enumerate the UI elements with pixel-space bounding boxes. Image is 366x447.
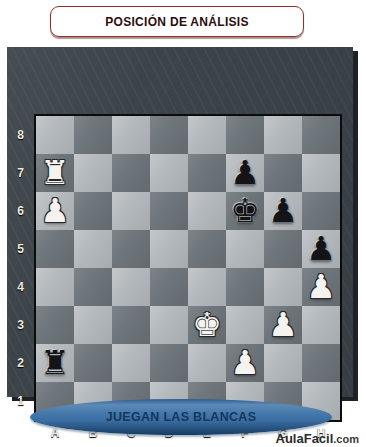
- square-h7[interactable]: [302, 154, 340, 192]
- square-f8[interactable]: [226, 116, 264, 154]
- square-d4[interactable]: [150, 268, 188, 306]
- chess-board: ♜♟♟♚♟♟♟♚♟♜♟: [36, 116, 340, 420]
- square-c3[interactable]: [112, 306, 150, 344]
- square-e6[interactable]: [188, 192, 226, 230]
- square-g5[interactable]: [264, 230, 302, 268]
- square-a4[interactable]: [36, 268, 74, 306]
- square-f6[interactable]: ♚: [226, 192, 264, 230]
- rank-label-5: 5: [7, 230, 34, 268]
- square-h8[interactable]: [302, 116, 340, 154]
- black-pawn-g6[interactable]: ♟: [264, 192, 302, 230]
- square-d6[interactable]: [150, 192, 188, 230]
- square-d7[interactable]: [150, 154, 188, 192]
- black-king-f6[interactable]: ♚: [226, 192, 264, 230]
- square-d8[interactable]: [150, 116, 188, 154]
- rank-label-2: 2: [7, 344, 34, 382]
- side-to-move-label: JUEGAN LAS BLANCAS: [106, 410, 257, 424]
- square-e2[interactable]: [188, 344, 226, 382]
- square-g8[interactable]: [264, 116, 302, 154]
- rank-labels: 87654321: [7, 116, 34, 420]
- square-h5[interactable]: ♟: [302, 230, 340, 268]
- square-b4[interactable]: [74, 268, 112, 306]
- square-f5[interactable]: [226, 230, 264, 268]
- white-pawn-a6[interactable]: ♟: [36, 192, 74, 230]
- white-pawn-h4[interactable]: ♟: [302, 268, 340, 306]
- black-pawn-f7[interactable]: ♟: [226, 154, 264, 192]
- square-g2[interactable]: [264, 344, 302, 382]
- square-f7[interactable]: ♟: [226, 154, 264, 192]
- square-a2[interactable]: ♜: [36, 344, 74, 382]
- square-c7[interactable]: [112, 154, 150, 192]
- white-rook-a7[interactable]: ♜: [36, 154, 74, 192]
- square-g7[interactable]: [264, 154, 302, 192]
- rank-label-3: 3: [7, 306, 34, 344]
- black-pawn-h5[interactable]: ♟: [302, 230, 340, 268]
- square-h3[interactable]: [302, 306, 340, 344]
- white-pawn-f2[interactable]: ♟: [226, 344, 264, 382]
- square-d3[interactable]: [150, 306, 188, 344]
- analysis-position-banner[interactable]: POSICIÓN DE ANÁLISIS: [50, 6, 304, 37]
- white-king-e3[interactable]: ♚: [188, 306, 226, 344]
- square-c5[interactable]: [112, 230, 150, 268]
- square-b5[interactable]: [74, 230, 112, 268]
- square-d2[interactable]: [150, 344, 188, 382]
- square-f2[interactable]: ♟: [226, 344, 264, 382]
- square-h4[interactable]: ♟: [302, 268, 340, 306]
- square-c4[interactable]: [112, 268, 150, 306]
- square-b6[interactable]: [74, 192, 112, 230]
- square-g4[interactable]: [264, 268, 302, 306]
- rank-label-6: 6: [7, 192, 34, 230]
- square-h2[interactable]: [302, 344, 340, 382]
- square-d5[interactable]: [150, 230, 188, 268]
- square-e7[interactable]: [188, 154, 226, 192]
- square-h6[interactable]: [302, 192, 340, 230]
- square-b3[interactable]: [74, 306, 112, 344]
- square-e3[interactable]: ♚: [188, 306, 226, 344]
- square-a3[interactable]: [36, 306, 74, 344]
- square-f4[interactable]: [226, 268, 264, 306]
- rank-label-4: 4: [7, 268, 34, 306]
- square-b8[interactable]: [74, 116, 112, 154]
- square-c8[interactable]: [112, 116, 150, 154]
- site-credit-suffix: .com: [333, 433, 359, 445]
- square-a5[interactable]: [36, 230, 74, 268]
- rank-label-8: 8: [7, 116, 34, 154]
- square-f3[interactable]: [226, 306, 264, 344]
- chess-board-frame: 87654321 ♜♟♟♚♟♟♟♚♟♜♟ ABCDEFGH: [7, 47, 353, 397]
- square-a6[interactable]: ♟: [36, 192, 74, 230]
- square-g3[interactable]: ♟: [264, 306, 302, 344]
- board-inner-border: ♜♟♟♚♟♟♟♚♟♜♟: [34, 114, 342, 422]
- black-rook-a2[interactable]: ♜: [36, 344, 74, 382]
- square-a7[interactable]: ♜: [36, 154, 74, 192]
- square-b7[interactable]: [74, 154, 112, 192]
- square-a8[interactable]: [36, 116, 74, 154]
- square-e8[interactable]: [188, 116, 226, 154]
- square-c6[interactable]: [112, 192, 150, 230]
- square-c2[interactable]: [112, 344, 150, 382]
- square-e4[interactable]: [188, 268, 226, 306]
- analysis-position-label: POSICIÓN DE ANÁLISIS: [105, 15, 249, 29]
- site-credit-name: AulaFacil: [276, 431, 334, 446]
- square-g6[interactable]: ♟: [264, 192, 302, 230]
- square-b2[interactable]: [74, 344, 112, 382]
- square-e5[interactable]: [188, 230, 226, 268]
- page: POSICIÓN DE ANÁLISIS 87654321 ♜♟♟♚♟♟♟♚♟♜…: [0, 0, 366, 447]
- rank-label-7: 7: [7, 154, 34, 192]
- site-credit: AulaFacil.com: [276, 429, 359, 447]
- white-pawn-g3[interactable]: ♟: [264, 306, 302, 344]
